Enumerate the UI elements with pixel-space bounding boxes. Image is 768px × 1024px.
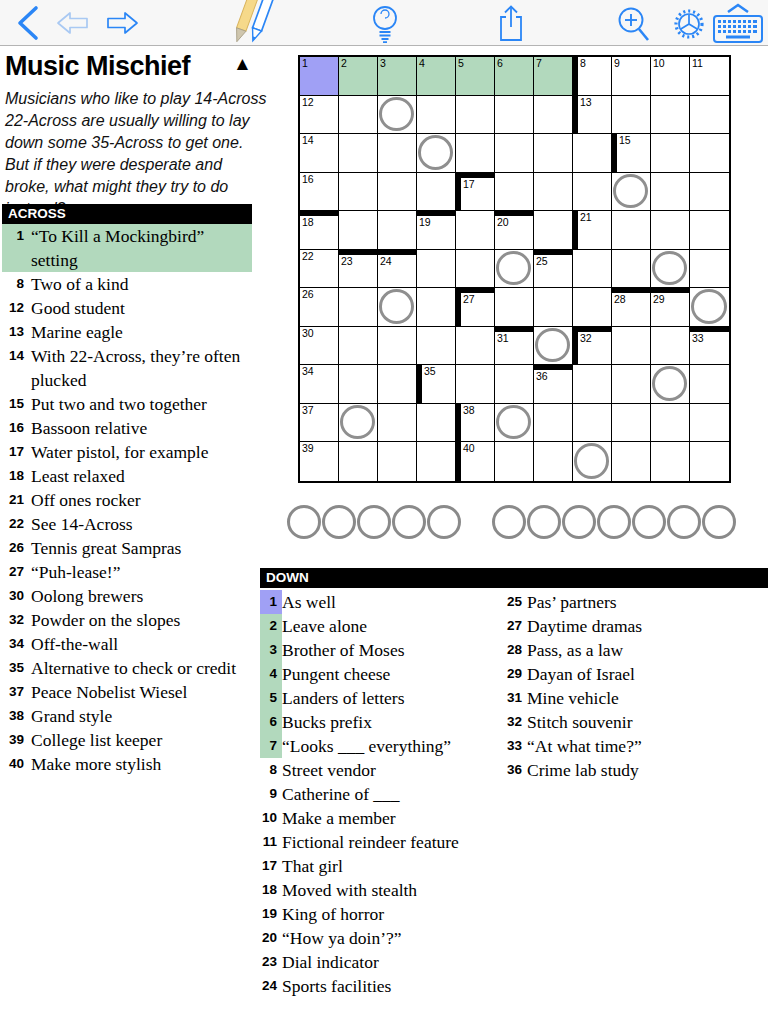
settings-gear-icon[interactable] xyxy=(668,6,710,42)
keyboard-toggle-icon[interactable] xyxy=(712,3,764,43)
grid-cell-r8c2[interactable] xyxy=(339,327,378,366)
grid-cell-r5c5[interactable] xyxy=(456,211,495,250)
grid-cell-r4c9[interactable] xyxy=(612,173,651,212)
grid-cell-r5c8[interactable]: 21 xyxy=(573,211,612,250)
clue-text: Pas’ partners xyxy=(527,590,617,614)
grid-cell-r1c9[interactable]: 9 xyxy=(612,57,651,96)
across-clue-32[interactable]: 32Powder on the slopes xyxy=(2,608,252,632)
grid-cell-r3c10[interactable] xyxy=(651,134,690,173)
grid-cell-r11c3[interactable] xyxy=(378,442,417,481)
clue-text: Oolong brewers xyxy=(31,584,143,608)
grid-cell-r1c10[interactable]: 10 xyxy=(651,57,690,96)
clue-number: 13 xyxy=(2,320,31,344)
clue-text: Sports facilities xyxy=(282,974,391,998)
down-clue-list-col2: 25Pas’ partners27Daytime dramas28Pass, a… xyxy=(505,590,767,782)
answer-letter-circle xyxy=(527,505,561,539)
grid-cell-r5c11[interactable] xyxy=(690,211,729,250)
clue-number: 34 xyxy=(2,632,31,656)
collapse-triangle-icon[interactable]: ▲ xyxy=(233,53,252,75)
clue-number: 30 xyxy=(2,584,31,608)
clue-number: 14 xyxy=(2,344,31,368)
puzzle-intro-note: Musicians who like to play 14-Across 22-… xyxy=(5,88,271,220)
redo-arrow-icon[interactable] xyxy=(106,10,139,36)
cell-number: 11 xyxy=(692,58,703,69)
circle-marker xyxy=(535,328,570,363)
grid-cell-r5c3[interactable] xyxy=(378,211,417,250)
grid-cell-r4c3[interactable] xyxy=(378,173,417,212)
cell-number: 1 xyxy=(302,58,308,69)
clue-number: 8 xyxy=(260,758,282,782)
down-clue-29[interactable]: 29Dayan of Israel xyxy=(505,662,767,686)
grid-cell-r11c8[interactable] xyxy=(573,442,612,481)
grid-cell-r3c6[interactable] xyxy=(495,134,534,173)
clue-number: 37 xyxy=(2,680,31,704)
clue-number: 24 xyxy=(260,974,282,998)
cell-number: 13 xyxy=(580,97,592,108)
cell-number: 15 xyxy=(619,135,631,146)
grid-cell-r11c9[interactable] xyxy=(612,442,651,481)
clue-text: Pass, as a law xyxy=(527,638,623,662)
clue-number: 8 xyxy=(2,272,31,296)
clue-number: 18 xyxy=(260,878,282,902)
down-clue-9[interactable]: 9Catherine of ___ xyxy=(260,782,503,806)
clue-text: That girl xyxy=(282,854,343,878)
cell-number: 23 xyxy=(341,256,353,267)
clue-number: 21 xyxy=(2,488,31,512)
answer-circle-group-1 xyxy=(287,505,461,539)
grid-cell-r5c4[interactable]: 19 xyxy=(417,211,456,250)
clue-number: 36 xyxy=(505,758,527,782)
down-clue-1[interactable]: 1As well xyxy=(260,590,503,614)
cell-number: 20 xyxy=(497,217,509,228)
circle-marker xyxy=(379,97,414,132)
grid-cell-r7c8[interactable] xyxy=(573,288,612,327)
grid-cell-r6c7[interactable]: 25 xyxy=(534,250,573,289)
grid-cell-r1c2[interactable]: 2 xyxy=(339,57,378,96)
grid-cell-r7c10[interactable]: 29 xyxy=(651,288,690,327)
clue-number: 7 xyxy=(260,734,282,758)
grid-cell-r4c8[interactable] xyxy=(573,173,612,212)
clue-number: 5 xyxy=(260,686,282,710)
grid-cell-r4c11[interactable] xyxy=(690,173,729,212)
clue-text: Mine vehicle xyxy=(527,686,619,710)
clue-text: Grand style xyxy=(31,704,112,728)
clue-number: 11 xyxy=(260,830,282,854)
meta-answer-circles xyxy=(287,505,736,539)
answer-letter-circle xyxy=(702,505,736,539)
cell-number: 25 xyxy=(536,256,548,267)
clue-number: 18 xyxy=(2,464,31,488)
grid-cell-r3c2[interactable] xyxy=(339,134,378,173)
grid-cell-r10c3[interactable] xyxy=(378,404,417,443)
across-clue-12[interactable]: 12Good student xyxy=(2,296,252,320)
clue-text: Water pistol, for example xyxy=(31,440,208,464)
grid-cell-r9c8[interactable] xyxy=(573,365,612,404)
down-clue-8[interactable]: 8Street vendor xyxy=(260,758,503,782)
grid-cell-r8c4[interactable] xyxy=(417,327,456,366)
clue-text: Marine eagle xyxy=(31,320,123,344)
grid-cell-r6c10[interactable] xyxy=(651,250,690,289)
grid-cell-r10c6[interactable] xyxy=(495,404,534,443)
grid-cell-r2c11[interactable] xyxy=(690,96,729,135)
answer-letter-circle xyxy=(392,505,426,539)
cell-number: 19 xyxy=(419,217,431,228)
toolbar xyxy=(0,0,768,46)
down-section-header: DOWN xyxy=(260,568,768,588)
grid-cell-r10c2[interactable] xyxy=(339,404,378,443)
grid-cell-r2c3[interactable] xyxy=(378,96,417,135)
clue-text: Off-the-wall xyxy=(31,632,118,656)
share-icon[interactable] xyxy=(494,4,528,42)
clue-text: Dial indicator xyxy=(282,950,379,974)
circle-marker xyxy=(496,405,531,440)
clue-text: Two of a kind xyxy=(31,272,128,296)
clue-text: As well xyxy=(282,590,336,614)
cell-number: 31 xyxy=(497,333,509,344)
grid-cell-r6c4[interactable] xyxy=(417,250,456,289)
clue-text: King of horror xyxy=(282,902,384,926)
across-clue-40[interactable]: 40Make more stylish xyxy=(2,752,252,776)
across-clue-13[interactable]: 13Marine eagle xyxy=(2,320,252,344)
down-clue-19[interactable]: 19King of horror xyxy=(260,902,503,926)
clue-number: 33 xyxy=(505,734,527,758)
pencil-pen-icon[interactable] xyxy=(214,0,282,44)
down-clue-36[interactable]: 36Crime lab study xyxy=(505,758,767,782)
down-clue-20[interactable]: 20“How ya doin’?” xyxy=(260,926,503,950)
grid-cell-r10c5[interactable]: 38 xyxy=(456,404,495,443)
grid-cell-r1c5[interactable]: 5 xyxy=(456,57,495,96)
clue-number: 1 xyxy=(2,224,31,248)
across-clue-34[interactable]: 34Off-the-wall xyxy=(2,632,252,656)
answer-letter-circle xyxy=(357,505,391,539)
clue-number: 9 xyxy=(260,782,282,806)
grid-cell-r3c4[interactable] xyxy=(417,134,456,173)
grid-cell-r7c2[interactable] xyxy=(339,288,378,327)
across-clue-16[interactable]: 16Bassoon relative xyxy=(2,416,252,440)
down-clue-6[interactable]: 6Bucks prefix xyxy=(260,710,503,734)
grid-cell-r11c7[interactable] xyxy=(534,442,573,481)
grid-cell-r11c11[interactable] xyxy=(690,442,729,481)
grid-cell-r2c2[interactable] xyxy=(339,96,378,135)
clue-number: 16 xyxy=(2,416,31,440)
grid-cell-r9c11[interactable] xyxy=(690,365,729,404)
grid-cell-r1c8[interactable]: 8 xyxy=(573,57,612,96)
clue-number: 25 xyxy=(505,590,527,614)
grid-cell-r6c9[interactable] xyxy=(612,250,651,289)
grid-cell-r4c4[interactable] xyxy=(417,173,456,212)
grid-cell-r8c10[interactable] xyxy=(651,327,690,366)
hint-lightbulb-icon[interactable] xyxy=(370,4,400,44)
grid-cell-r1c4[interactable]: 4 xyxy=(417,57,456,96)
grid-cell-r9c1[interactable]: 34 xyxy=(300,365,339,404)
down-clue-4[interactable]: 4Pungent cheese xyxy=(260,662,503,686)
grid-cell-r6c5[interactable] xyxy=(456,250,495,289)
across-clue-17[interactable]: 17Water pistol, for example xyxy=(2,440,252,464)
clue-number: 12 xyxy=(2,296,31,320)
grid-cell-r1c11[interactable]: 11 xyxy=(690,57,729,96)
down-clue-17[interactable]: 17That girl xyxy=(260,854,503,878)
clue-text: Least relaxed xyxy=(31,464,125,488)
grid-cell-r8c6[interactable]: 31 xyxy=(495,327,534,366)
circle-marker xyxy=(652,366,687,401)
grid-cell-r2c10[interactable] xyxy=(651,96,690,135)
across-clue-list: 1“To Kill a Mockingbird” setting8Two of … xyxy=(2,224,252,776)
grid-cell-r9c5[interactable] xyxy=(456,365,495,404)
cell-number: 29 xyxy=(653,294,665,305)
grid-cell-r2c1[interactable]: 12 xyxy=(300,96,339,135)
across-clue-14[interactable]: 14With 22-Across, they’re often plucked xyxy=(2,344,252,392)
down-clue-2[interactable]: 2Leave alone xyxy=(260,614,503,638)
answer-letter-circle xyxy=(632,505,666,539)
grid-cell-r3c5[interactable] xyxy=(456,134,495,173)
answer-letter-circle xyxy=(287,505,321,539)
grid-cell-r8c3[interactable] xyxy=(378,327,417,366)
clue-number: 26 xyxy=(2,536,31,560)
grid-cell-r6c3[interactable]: 24 xyxy=(378,250,417,289)
grid-cell-r2c5[interactable] xyxy=(456,96,495,135)
grid-cell-r5c7[interactable] xyxy=(534,211,573,250)
grid-cell-r4c2[interactable] xyxy=(339,173,378,212)
across-clue-30[interactable]: 30Oolong brewers xyxy=(2,584,252,608)
clue-text: Peace Nobelist Wiesel xyxy=(31,680,187,704)
grid-cell-r2c4[interactable] xyxy=(417,96,456,135)
cell-number: 35 xyxy=(424,366,436,377)
grid-cell-r4c5[interactable]: 17 xyxy=(456,173,495,212)
down-clue-10[interactable]: 10Make a member xyxy=(260,806,503,830)
grid-cell-r1c6[interactable]: 6 xyxy=(495,57,534,96)
cell-number: 24 xyxy=(380,256,392,267)
puzzle-title: Music Mischief xyxy=(5,51,190,82)
clue-number: 32 xyxy=(2,608,31,632)
grid-cell-r5c9[interactable] xyxy=(612,211,651,250)
down-clue-3[interactable]: 3Brother of Moses xyxy=(260,638,503,662)
grid-cell-r11c4[interactable] xyxy=(417,442,456,481)
across-clue-1[interactable]: 1“To Kill a Mockingbird” setting xyxy=(2,224,252,272)
circle-marker xyxy=(574,443,609,479)
grid-cell-r7c9[interactable]: 28 xyxy=(612,288,651,327)
zoom-in-icon[interactable] xyxy=(616,6,660,44)
cell-number: 16 xyxy=(302,174,314,185)
clue-text: Make a member xyxy=(282,806,396,830)
down-clue-31[interactable]: 31Mine vehicle xyxy=(505,686,767,710)
grid-cell-r3c8[interactable] xyxy=(573,134,612,173)
down-clue-18[interactable]: 18Moved with stealth xyxy=(260,878,503,902)
clue-text: “To Kill a Mockingbird” setting xyxy=(31,224,252,272)
grid-cell-r8c8[interactable]: 32 xyxy=(573,327,612,366)
grid-cell-r7c3[interactable] xyxy=(378,288,417,327)
circle-marker xyxy=(613,174,648,209)
clue-text: Leave alone xyxy=(282,614,367,638)
down-clue-27[interactable]: 27Daytime dramas xyxy=(505,614,767,638)
cell-number: 14 xyxy=(302,135,314,146)
clue-text: Landers of letters xyxy=(282,686,404,710)
across-clue-8[interactable]: 8Two of a kind xyxy=(2,272,252,296)
grid-cell-r6c2[interactable]: 23 xyxy=(339,250,378,289)
cell-number: 33 xyxy=(692,333,704,344)
down-clue-28[interactable]: 28Pass, as a law xyxy=(505,638,767,662)
down-clue-33[interactable]: 33“At what time?” xyxy=(505,734,767,758)
circle-marker xyxy=(652,251,687,286)
cell-number: 32 xyxy=(580,333,592,344)
undo-arrow-icon[interactable] xyxy=(56,10,89,36)
cell-number: 26 xyxy=(302,289,314,300)
clue-text: Bucks prefix xyxy=(282,710,372,734)
clue-text: Stitch souvenir xyxy=(527,710,632,734)
grid-cell-r7c11[interactable] xyxy=(690,288,729,327)
answer-letter-circle xyxy=(667,505,701,539)
grid-cell-r6c11[interactable] xyxy=(690,250,729,289)
grid-cell-r11c1[interactable]: 39 xyxy=(300,442,339,481)
grid-cell-r5c2[interactable] xyxy=(339,211,378,250)
cell-number: 12 xyxy=(302,97,314,108)
grid-cell-r1c7[interactable]: 7 xyxy=(534,57,573,96)
grid-cell-r6c8[interactable] xyxy=(573,250,612,289)
grid-cell-r9c7[interactable]: 36 xyxy=(534,365,573,404)
clue-text: Fictional reindeer feature xyxy=(282,830,459,854)
clue-text: Catherine of ___ xyxy=(282,782,400,806)
grid-cell-r2c7[interactable] xyxy=(534,96,573,135)
clue-number: 35 xyxy=(2,656,31,680)
circle-marker xyxy=(496,251,531,286)
grid-cell-r4c6[interactable] xyxy=(495,173,534,212)
across-clue-22[interactable]: 22See 14-Across xyxy=(2,512,252,536)
grid-cell-r9c9[interactable] xyxy=(612,365,651,404)
grid-cell-r5c6[interactable]: 20 xyxy=(495,211,534,250)
cell-number: 18 xyxy=(302,217,314,228)
down-clue-7[interactable]: 7“Looks ___ everything” xyxy=(260,734,503,758)
grid-cell-r8c5[interactable] xyxy=(456,327,495,366)
clue-number: 20 xyxy=(260,926,282,950)
clue-number: 31 xyxy=(505,686,527,710)
grid-cell-r11c5[interactable]: 40 xyxy=(456,442,495,481)
grid-cell-r8c7[interactable] xyxy=(534,327,573,366)
grid-cell-r7c7[interactable] xyxy=(534,288,573,327)
grid-cell-r9c6[interactable] xyxy=(495,365,534,404)
across-clue-26[interactable]: 26Tennis great Sampras xyxy=(2,536,252,560)
clue-text: Tennis great Sampras xyxy=(31,536,181,560)
down-clue-23[interactable]: 23Dial indicator xyxy=(260,950,503,974)
clue-number: 38 xyxy=(2,704,31,728)
clue-number: 22 xyxy=(2,512,31,536)
grid-cell-r10c9[interactable] xyxy=(612,404,651,443)
grid-cell-r8c9[interactable] xyxy=(612,327,651,366)
clue-number: 32 xyxy=(505,710,527,734)
clue-number: 2 xyxy=(260,614,282,638)
grid-cell-r1c3[interactable]: 3 xyxy=(378,57,417,96)
grid-cell-r2c9[interactable] xyxy=(612,96,651,135)
grid-cell-r10c7[interactable] xyxy=(534,404,573,443)
clue-text: Dayan of Israel xyxy=(527,662,635,686)
across-clue-38[interactable]: 38Grand style xyxy=(2,704,252,728)
cell-number: 17 xyxy=(463,179,475,190)
grid-cell-r3c7[interactable] xyxy=(534,134,573,173)
clue-number: 27 xyxy=(2,560,31,584)
grid-cell-r4c10[interactable] xyxy=(651,173,690,212)
grid-cell-r9c2[interactable] xyxy=(339,365,378,404)
crossword-grid: 1234567891011121314151617181920212223242… xyxy=(298,55,731,483)
grid-cell-r8c1[interactable]: 30 xyxy=(300,327,339,366)
grid-cell-r10c8[interactable] xyxy=(573,404,612,443)
cell-number: 30 xyxy=(302,328,314,339)
across-clue-27[interactable]: 27“Puh-lease!” xyxy=(2,560,252,584)
cell-number: 2 xyxy=(341,58,347,69)
down-clue-25[interactable]: 25Pas’ partners xyxy=(505,590,767,614)
grid-cell-r9c3[interactable] xyxy=(378,365,417,404)
grid-cell-r11c6[interactable] xyxy=(495,442,534,481)
circle-marker xyxy=(340,405,375,440)
grid-cell-r6c1[interactable]: 22 xyxy=(300,250,339,289)
grid-cell-r6c6[interactable] xyxy=(495,250,534,289)
grid-cell-r3c3[interactable] xyxy=(378,134,417,173)
grid-cell-r7c6[interactable] xyxy=(495,288,534,327)
grid-cell-r4c1[interactable]: 16 xyxy=(300,173,339,212)
grid-cell-r2c6[interactable] xyxy=(495,96,534,135)
clue-number: 6 xyxy=(260,710,282,734)
clue-number: 23 xyxy=(260,950,282,974)
grid-cell-r3c1[interactable]: 14 xyxy=(300,134,339,173)
clue-text: Moved with stealth xyxy=(282,878,417,902)
grid-cell-r2c8[interactable]: 13 xyxy=(573,96,612,135)
across-clue-35[interactable]: 35Alternative to check or credit xyxy=(2,656,252,680)
grid-cell-r11c2[interactable] xyxy=(339,442,378,481)
clue-number: 28 xyxy=(505,638,527,662)
grid-cell-r3c9[interactable]: 15 xyxy=(612,134,651,173)
grid-cell-r4c7[interactable] xyxy=(534,173,573,212)
grid-cell-r10c11[interactable] xyxy=(690,404,729,443)
cell-number: 3 xyxy=(380,58,386,69)
grid-cell-r7c4[interactable] xyxy=(417,288,456,327)
clue-text: Put two and two together xyxy=(31,392,207,416)
down-clue-11[interactable]: 11Fictional reindeer feature xyxy=(260,830,503,854)
clue-number: 19 xyxy=(260,902,282,926)
back-chevron-icon[interactable] xyxy=(14,5,40,41)
cell-number: 28 xyxy=(614,294,626,305)
across-clue-21[interactable]: 21Off ones rocker xyxy=(2,488,252,512)
clue-text: With 22-Across, they’re often plucked xyxy=(31,344,252,392)
circle-marker xyxy=(418,135,453,170)
grid-cell-r10c10[interactable] xyxy=(651,404,690,443)
grid-cell-r7c5[interactable]: 27 xyxy=(456,288,495,327)
clue-text: Brother of Moses xyxy=(282,638,404,662)
down-clue-24[interactable]: 24Sports facilities xyxy=(260,974,503,998)
clue-text: “At what time?” xyxy=(527,734,642,758)
down-clue-32[interactable]: 32Stitch souvenir xyxy=(505,710,767,734)
grid-cell-r7c1[interactable]: 26 xyxy=(300,288,339,327)
grid-cell-r9c10[interactable] xyxy=(651,365,690,404)
down-clue-5[interactable]: 5Landers of letters xyxy=(260,686,503,710)
grid-cell-r8c11[interactable]: 33 xyxy=(690,327,729,366)
across-clue-39[interactable]: 39College list keeper xyxy=(2,728,252,752)
clue-number: 3 xyxy=(260,638,282,662)
grid-cell-r3c11[interactable] xyxy=(690,134,729,173)
across-clue-37[interactable]: 37Peace Nobelist Wiesel xyxy=(2,680,252,704)
cell-number: 38 xyxy=(463,405,475,416)
grid-cell-r10c1[interactable]: 37 xyxy=(300,404,339,443)
grid-cell-r10c4[interactable] xyxy=(417,404,456,443)
clue-text: Street vendor xyxy=(282,758,376,782)
grid-cell-r11c10[interactable] xyxy=(651,442,690,481)
grid-cell-r1c1[interactable]: 1 xyxy=(300,57,339,96)
across-clue-18[interactable]: 18Least relaxed xyxy=(2,464,252,488)
grid-cell-r5c10[interactable] xyxy=(651,211,690,250)
across-clue-15[interactable]: 15Put two and two together xyxy=(2,392,252,416)
clue-number: 17 xyxy=(260,854,282,878)
grid-cell-r5c1[interactable]: 18 xyxy=(300,211,339,250)
cell-number: 22 xyxy=(302,251,314,262)
grid-cell-r9c4[interactable]: 35 xyxy=(417,365,456,404)
answer-letter-circle xyxy=(492,505,526,539)
circle-marker xyxy=(379,289,414,324)
